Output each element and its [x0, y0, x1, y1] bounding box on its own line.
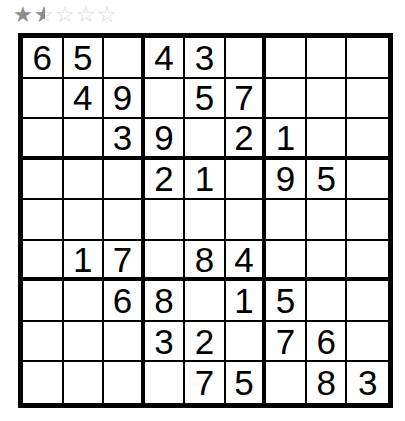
cell-r3c6[interactable]: 2	[226, 119, 267, 160]
cell-r7c8[interactable]	[307, 281, 348, 322]
cell-r3c3[interactable]: 3	[104, 119, 145, 160]
cell-r3c9[interactable]	[347, 119, 388, 160]
star-empty-icon: ☆	[76, 3, 97, 27]
cell-r1c2[interactable]: 5	[64, 38, 105, 79]
cell-r6c5[interactable]: 8	[185, 241, 226, 282]
cell-r7c7[interactable]: 5	[266, 281, 307, 322]
star-empty-icon: ☆	[55, 3, 76, 27]
cell-r2c6[interactable]: 7	[226, 79, 267, 120]
cell-r4c5[interactable]: 1	[185, 160, 226, 201]
cell-r3c2[interactable]	[64, 119, 105, 160]
cell-r8c4[interactable]: 3	[145, 322, 186, 363]
cell-r2c8[interactable]	[307, 79, 348, 120]
cell-r7c9[interactable]	[347, 281, 388, 322]
cell-r6c7[interactable]	[266, 241, 307, 282]
cell-r8c3[interactable]	[104, 322, 145, 363]
cell-r7c1[interactable]	[23, 281, 64, 322]
cell-r7c5[interactable]	[185, 281, 226, 322]
cell-r4c6[interactable]	[226, 160, 267, 201]
cell-r4c1[interactable]	[23, 160, 64, 201]
cell-r8c9[interactable]	[347, 322, 388, 363]
cell-r5c5[interactable]	[185, 200, 226, 241]
cell-r9c7[interactable]	[266, 362, 307, 403]
cell-r8c5[interactable]: 2	[185, 322, 226, 363]
cell-r6c2[interactable]: 1	[64, 241, 105, 282]
cell-r2c7[interactable]	[266, 79, 307, 120]
cell-r2c3[interactable]: 9	[104, 79, 145, 120]
cell-r4c3[interactable]	[104, 160, 145, 201]
cell-r1c3[interactable]	[104, 38, 145, 79]
cell-r8c7[interactable]: 7	[266, 322, 307, 363]
cell-r1c6[interactable]	[226, 38, 267, 79]
cell-r4c2[interactable]	[64, 160, 105, 201]
cell-r3c1[interactable]	[23, 119, 64, 160]
cell-r1c5[interactable]: 3	[185, 38, 226, 79]
cell-r5c6[interactable]	[226, 200, 267, 241]
cell-r6c3[interactable]: 7	[104, 241, 145, 282]
cell-r4c7[interactable]: 9	[266, 160, 307, 201]
cell-r1c8[interactable]	[307, 38, 348, 79]
cell-r6c9[interactable]	[347, 241, 388, 282]
sudoku-board: 65434957392121951784681532767583	[18, 33, 393, 408]
cell-r1c4[interactable]: 4	[145, 38, 186, 79]
cell-r1c7[interactable]	[266, 38, 307, 79]
cell-r2c4[interactable]	[145, 79, 186, 120]
cell-r6c8[interactable]	[307, 241, 348, 282]
cell-r2c9[interactable]	[347, 79, 388, 120]
cell-r7c4[interactable]: 8	[145, 281, 186, 322]
cell-r9c5[interactable]: 7	[185, 362, 226, 403]
cell-r3c8[interactable]	[307, 119, 348, 160]
cell-r3c7[interactable]: 1	[266, 119, 307, 160]
cell-r9c8[interactable]: 8	[307, 362, 348, 403]
cell-r5c2[interactable]	[64, 200, 105, 241]
cell-r5c3[interactable]	[104, 200, 145, 241]
cell-r3c4[interactable]: 9	[145, 119, 186, 160]
cell-r2c2[interactable]: 4	[64, 79, 105, 120]
cell-r1c9[interactable]	[347, 38, 388, 79]
cell-r8c1[interactable]	[23, 322, 64, 363]
cell-r4c8[interactable]: 5	[307, 160, 348, 201]
cell-r8c6[interactable]	[226, 322, 267, 363]
cell-r4c9[interactable]	[347, 160, 388, 201]
star-empty-icon: ☆	[97, 3, 118, 27]
cell-r9c2[interactable]	[64, 362, 105, 403]
star-filled-icon: ★	[13, 3, 34, 27]
cell-r2c5[interactable]: 5	[185, 79, 226, 120]
cell-r9c1[interactable]	[23, 362, 64, 403]
cell-r5c8[interactable]	[307, 200, 348, 241]
cell-r9c3[interactable]	[104, 362, 145, 403]
sudoku-page: ★☆★☆☆☆ 65434957392121951784681532767583	[0, 0, 405, 421]
cell-r4c4[interactable]: 2	[145, 160, 186, 201]
cell-r3c5[interactable]	[185, 119, 226, 160]
cell-r1c1[interactable]: 6	[23, 38, 64, 79]
cell-r5c9[interactable]	[347, 200, 388, 241]
cell-r9c4[interactable]	[145, 362, 186, 403]
cell-r5c1[interactable]	[23, 200, 64, 241]
cell-r6c4[interactable]	[145, 241, 186, 282]
cell-r7c6[interactable]: 1	[226, 281, 267, 322]
star-half-fill: ★	[34, 3, 45, 27]
cell-r8c2[interactable]	[64, 322, 105, 363]
cell-r7c2[interactable]	[64, 281, 105, 322]
cell-r6c1[interactable]	[23, 241, 64, 282]
cell-r9c9[interactable]: 3	[347, 362, 388, 403]
cell-r9c6[interactable]: 5	[226, 362, 267, 403]
difficulty-rating: ★☆★☆☆☆	[13, 3, 118, 27]
cell-r2c1[interactable]	[23, 79, 64, 120]
cell-r8c8[interactable]: 6	[307, 322, 348, 363]
cell-r6c6[interactable]: 4	[226, 241, 267, 282]
cell-r7c3[interactable]: 6	[104, 281, 145, 322]
cell-r5c7[interactable]	[266, 200, 307, 241]
star-half-icon: ☆★	[34, 3, 55, 27]
cell-r5c4[interactable]	[145, 200, 186, 241]
